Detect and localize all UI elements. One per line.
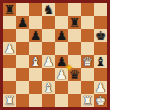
square-f6[interactable] [68,29,81,42]
chess-board[interactable]: ♜♞♟♜♟♟♚♟♝♟♟♛♝♟♛♝♟♜♜♚ [3,3,107,107]
square-g3[interactable] [81,68,94,81]
square-c3[interactable] [29,68,42,81]
square-a7[interactable] [3,16,16,29]
square-g4[interactable]: ♛ [81,55,94,68]
square-e5[interactable] [55,42,68,55]
square-d8[interactable]: ♞ [42,3,55,16]
square-d5[interactable] [42,42,55,55]
piece-white-pawn[interactable]: ♟ [43,55,54,68]
piece-black-pawn[interactable]: ♟ [30,29,41,42]
piece-black-king[interactable]: ♚ [95,29,106,42]
square-d7[interactable] [42,16,55,29]
square-h7[interactable] [94,16,107,29]
piece-black-pawn[interactable]: ♟ [56,55,67,68]
square-b7[interactable]: ♟ [16,16,29,29]
square-f8[interactable] [68,3,81,16]
square-d2[interactable]: ♝ [42,81,55,94]
square-b1[interactable] [16,94,29,107]
square-c5[interactable] [29,42,42,55]
square-g7[interactable] [81,16,94,29]
square-h4[interactable]: ♝ [94,55,107,68]
square-c8[interactable] [29,3,42,16]
piece-black-knight[interactable]: ♞ [43,3,54,16]
chess-app-window: ♜♞♟♜♟♟♚♟♝♟♟♛♝♟♛♝♟♜♜♚ ✦ [0,0,147,110]
square-c7[interactable] [29,16,42,29]
piece-white-bishop[interactable]: ♝ [43,81,54,94]
square-e6[interactable]: ♟ [55,29,68,42]
square-d6[interactable] [42,29,55,42]
square-h8[interactable] [94,3,107,16]
square-e4[interactable]: ♟ [55,55,68,68]
square-e3[interactable]: ♟ [55,68,68,81]
square-h3[interactable] [94,68,107,81]
square-a2[interactable] [3,81,16,94]
square-a4[interactable] [3,55,16,68]
square-e2[interactable] [55,81,68,94]
piece-black-pawn[interactable]: ♟ [56,29,67,42]
square-f7[interactable]: ♜ [68,16,81,29]
square-c1[interactable] [29,94,42,107]
square-f1[interactable] [68,94,81,107]
board-frame: ♜♞♟♜♟♟♚♟♝♟♟♛♝♟♛♝♟♜♜♚ ✦ [0,0,110,110]
piece-black-queen[interactable]: ♛ [69,68,80,81]
square-g1[interactable]: ♜ [81,94,94,107]
square-f5[interactable] [68,42,81,55]
square-a3[interactable] [3,68,16,81]
square-g6[interactable] [81,29,94,42]
square-f2[interactable] [68,81,81,94]
square-c6[interactable]: ♟ [29,29,42,42]
square-d3[interactable] [42,68,55,81]
piece-black-rook[interactable]: ♜ [69,16,80,29]
piece-white-queen[interactable]: ♛ [82,55,93,68]
square-e1[interactable] [55,94,68,107]
square-a5[interactable]: ♟ [3,42,16,55]
square-g2[interactable] [81,81,94,94]
piece-white-bishop[interactable]: ♝ [30,55,41,68]
square-d1[interactable] [42,94,55,107]
square-a6[interactable] [3,29,16,42]
square-f3[interactable]: ♛ [68,68,81,81]
piece-black-rook[interactable]: ♜ [4,3,15,16]
piece-white-pawn[interactable]: ♟ [95,81,106,94]
square-b3[interactable] [16,68,29,81]
square-a8[interactable]: ♜ [3,3,16,16]
square-e8[interactable] [55,3,68,16]
square-b8[interactable] [16,3,29,16]
piece-white-pawn[interactable]: ♟ [56,68,67,81]
square-a1[interactable]: ♜ [3,94,16,107]
square-h5[interactable] [94,42,107,55]
piece-white-pawn[interactable]: ♟ [4,42,15,55]
piece-white-rook[interactable]: ♜ [4,94,15,107]
square-h2[interactable]: ♟ [94,81,107,94]
square-g5[interactable] [81,42,94,55]
square-b2[interactable] [16,81,29,94]
piece-white-king[interactable]: ♚ [95,94,106,107]
square-e7[interactable] [55,16,68,29]
piece-black-bishop[interactable]: ♝ [95,55,106,68]
square-b4[interactable] [16,55,29,68]
piece-black-pawn[interactable]: ♟ [17,16,28,29]
square-c4[interactable]: ♝ [29,55,42,68]
piece-white-rook[interactable]: ♜ [82,94,93,107]
square-g8[interactable] [81,3,94,16]
square-f4[interactable] [68,55,81,68]
square-h1[interactable]: ♚ [94,94,107,107]
square-c2[interactable] [29,81,42,94]
square-b5[interactable] [16,42,29,55]
square-b6[interactable] [16,29,29,42]
square-h6[interactable]: ♚ [94,29,107,42]
square-d4[interactable]: ♟ [42,55,55,68]
